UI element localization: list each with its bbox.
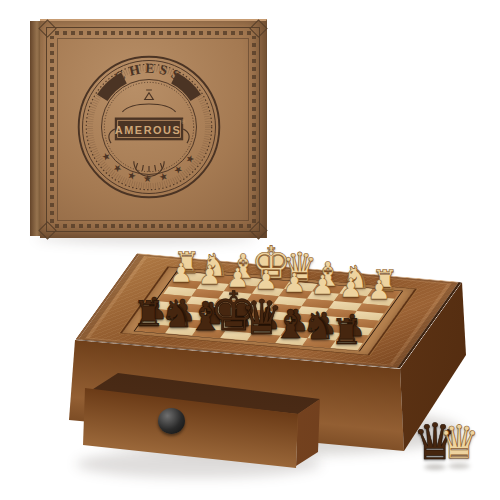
piece-white-pawn-c2[interactable]: ♟ <box>311 272 335 298</box>
piece-white-pawn-d2[interactable]: ♟ <box>282 269 306 295</box>
spare-queen-light[interactable]: ♛ <box>438 419 479 465</box>
piece-black-rook-a8[interactable]: ♜ <box>331 313 363 349</box>
piece-white-pawn-a2[interactable]: ♟ <box>367 277 391 303</box>
piece-white-pawn-b2[interactable]: ♟ <box>339 274 363 300</box>
piece-white-pawn-h2[interactable]: ♟ <box>169 259 193 285</box>
product-photo-stage: CHESS ★ ★ ★ ★ ★ ★ ★ AMEROUS ® <box>0 0 500 500</box>
